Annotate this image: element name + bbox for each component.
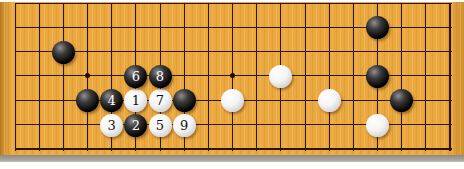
go-stone-black[interactable] [52, 41, 75, 64]
grid-line-vertical [15, 3, 16, 151]
go-stone-white[interactable] [366, 114, 389, 137]
stone-label: 5 [156, 119, 164, 132]
go-board-diagram: 417683259 [0, 0, 464, 169]
go-stone-white-move-7[interactable]: 7 [149, 89, 172, 112]
grid-line-vertical [208, 3, 209, 151]
stone-label: 3 [108, 119, 116, 132]
grid-line-vertical [329, 3, 330, 151]
go-stone-black-move-8[interactable]: 8 [149, 65, 172, 88]
grid-line-vertical [39, 3, 40, 151]
grid-line-horizontal [15, 51, 452, 52]
go-stone-black[interactable] [173, 89, 196, 112]
go-stone-white-move-9[interactable]: 9 [173, 114, 196, 137]
grid-line-vertical [449, 3, 451, 151]
stone-label: 4 [108, 94, 116, 107]
go-stone-black[interactable] [366, 65, 389, 88]
stone-label: 6 [132, 70, 140, 83]
go-stone-white[interactable] [318, 89, 341, 112]
board-shadow [0, 155, 464, 162]
stone-label: 1 [132, 94, 140, 107]
grid-line-vertical [63, 3, 64, 151]
stone-label: 2 [132, 119, 140, 132]
grid-line-vertical [425, 3, 426, 151]
go-stone-white-move-5[interactable]: 5 [149, 114, 172, 137]
grid-line-vertical [256, 3, 257, 151]
stone-label: 9 [180, 119, 188, 132]
go-stone-black-move-2[interactable]: 2 [124, 114, 147, 137]
go-stone-white-move-3[interactable]: 3 [100, 114, 123, 137]
grid-line-vertical [401, 3, 402, 151]
stone-label: 7 [156, 94, 164, 107]
stone-label: 8 [156, 70, 164, 83]
grid-line-horizontal [15, 148, 452, 150]
grid-line-vertical [353, 3, 354, 151]
grid-line-horizontal [15, 3, 452, 4]
grid-line-vertical [305, 3, 306, 151]
